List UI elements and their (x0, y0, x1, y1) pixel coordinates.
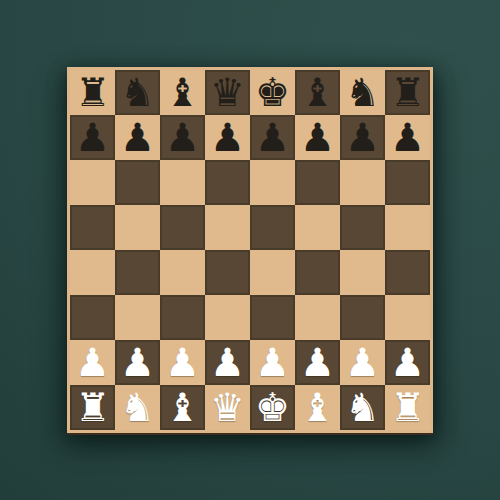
black-pawn-icon[interactable]: ♟ (75, 115, 110, 160)
square-h4[interactable] (385, 250, 430, 295)
black-knight-icon[interactable]: ♞ (120, 70, 155, 115)
square-d4[interactable] (205, 250, 250, 295)
white-pawn-icon[interactable]: ♟ (210, 340, 245, 385)
square-h8[interactable]: ♜ (385, 70, 430, 115)
black-pawn-icon[interactable]: ♟ (120, 115, 155, 160)
white-rook-icon[interactable]: ♜ (75, 385, 110, 430)
square-c3[interactable] (160, 295, 205, 340)
white-pawn-icon[interactable]: ♟ (255, 340, 290, 385)
square-g4[interactable] (340, 250, 385, 295)
square-e7[interactable]: ♟ (250, 115, 295, 160)
square-a5[interactable] (70, 205, 115, 250)
square-f6[interactable] (295, 160, 340, 205)
black-pawn-icon[interactable]: ♟ (255, 115, 290, 160)
square-c6[interactable] (160, 160, 205, 205)
black-bishop-icon[interactable]: ♝ (300, 70, 335, 115)
white-king-icon[interactable]: ♚ (255, 385, 290, 430)
square-d5[interactable] (205, 205, 250, 250)
square-b7[interactable]: ♟ (115, 115, 160, 160)
square-d3[interactable] (205, 295, 250, 340)
white-knight-icon[interactable]: ♞ (120, 385, 155, 430)
square-e2[interactable]: ♟ (250, 340, 295, 385)
square-e5[interactable] (250, 205, 295, 250)
white-pawn-icon[interactable]: ♟ (120, 340, 155, 385)
square-a3[interactable] (70, 295, 115, 340)
square-g2[interactable]: ♟ (340, 340, 385, 385)
square-e8[interactable]: ♚ (250, 70, 295, 115)
black-king-icon[interactable]: ♚ (255, 70, 290, 115)
square-b8[interactable]: ♞ (115, 70, 160, 115)
black-pawn-icon[interactable]: ♟ (345, 115, 380, 160)
square-h6[interactable] (385, 160, 430, 205)
black-pawn-icon[interactable]: ♟ (210, 115, 245, 160)
white-pawn-icon[interactable]: ♟ (390, 340, 425, 385)
square-a6[interactable] (70, 160, 115, 205)
square-h3[interactable] (385, 295, 430, 340)
chess-board[interactable]: ♜♞♝♛♚♝♞♜♟♟♟♟♟♟♟♟♟♟♟♟♟♟♟♟♜♞♝♛♚♝♞♜ (70, 70, 430, 430)
square-d7[interactable]: ♟ (205, 115, 250, 160)
white-pawn-icon[interactable]: ♟ (75, 340, 110, 385)
square-a1[interactable]: ♜ (70, 385, 115, 430)
square-c5[interactable] (160, 205, 205, 250)
square-g7[interactable]: ♟ (340, 115, 385, 160)
square-f7[interactable]: ♟ (295, 115, 340, 160)
square-h5[interactable] (385, 205, 430, 250)
square-b5[interactable] (115, 205, 160, 250)
square-d1[interactable]: ♛ (205, 385, 250, 430)
black-queen-icon[interactable]: ♛ (210, 70, 245, 115)
square-f2[interactable]: ♟ (295, 340, 340, 385)
square-b4[interactable] (115, 250, 160, 295)
white-bishop-icon[interactable]: ♝ (165, 385, 200, 430)
square-c7[interactable]: ♟ (160, 115, 205, 160)
square-f5[interactable] (295, 205, 340, 250)
square-c4[interactable] (160, 250, 205, 295)
square-b2[interactable]: ♟ (115, 340, 160, 385)
white-pawn-icon[interactable]: ♟ (300, 340, 335, 385)
square-g1[interactable]: ♞ (340, 385, 385, 430)
square-a8[interactable]: ♜ (70, 70, 115, 115)
square-h7[interactable]: ♟ (385, 115, 430, 160)
square-a2[interactable]: ♟ (70, 340, 115, 385)
white-bishop-icon[interactable]: ♝ (300, 385, 335, 430)
square-c2[interactable]: ♟ (160, 340, 205, 385)
white-knight-icon[interactable]: ♞ (345, 385, 380, 430)
square-d2[interactable]: ♟ (205, 340, 250, 385)
square-g6[interactable] (340, 160, 385, 205)
white-queen-icon[interactable]: ♛ (210, 385, 245, 430)
square-h2[interactable]: ♟ (385, 340, 430, 385)
black-knight-icon[interactable]: ♞ (345, 70, 380, 115)
square-e3[interactable] (250, 295, 295, 340)
white-pawn-icon[interactable]: ♟ (345, 340, 380, 385)
white-pawn-icon[interactable]: ♟ (165, 340, 200, 385)
square-f8[interactable]: ♝ (295, 70, 340, 115)
black-pawn-icon[interactable]: ♟ (390, 115, 425, 160)
black-rook-icon[interactable]: ♜ (75, 70, 110, 115)
black-rook-icon[interactable]: ♜ (390, 70, 425, 115)
square-b3[interactable] (115, 295, 160, 340)
square-e4[interactable] (250, 250, 295, 295)
black-pawn-icon[interactable]: ♟ (165, 115, 200, 160)
square-a7[interactable]: ♟ (70, 115, 115, 160)
square-d8[interactable]: ♛ (205, 70, 250, 115)
square-a4[interactable] (70, 250, 115, 295)
square-h1[interactable]: ♜ (385, 385, 430, 430)
square-b6[interactable] (115, 160, 160, 205)
black-pawn-icon[interactable]: ♟ (300, 115, 335, 160)
white-rook-icon[interactable]: ♜ (390, 385, 425, 430)
square-f1[interactable]: ♝ (295, 385, 340, 430)
square-g5[interactable] (340, 205, 385, 250)
square-e6[interactable] (250, 160, 295, 205)
square-e1[interactable]: ♚ (250, 385, 295, 430)
square-d6[interactable] (205, 160, 250, 205)
square-f3[interactable] (295, 295, 340, 340)
chess-board-frame: ♜♞♝♛♚♝♞♜♟♟♟♟♟♟♟♟♟♟♟♟♟♟♟♟♜♞♝♛♚♝♞♜ (67, 67, 433, 433)
black-bishop-icon[interactable]: ♝ (165, 70, 200, 115)
square-g3[interactable] (340, 295, 385, 340)
square-c1[interactable]: ♝ (160, 385, 205, 430)
square-c8[interactable]: ♝ (160, 70, 205, 115)
square-f4[interactable] (295, 250, 340, 295)
square-b1[interactable]: ♞ (115, 385, 160, 430)
square-g8[interactable]: ♞ (340, 70, 385, 115)
